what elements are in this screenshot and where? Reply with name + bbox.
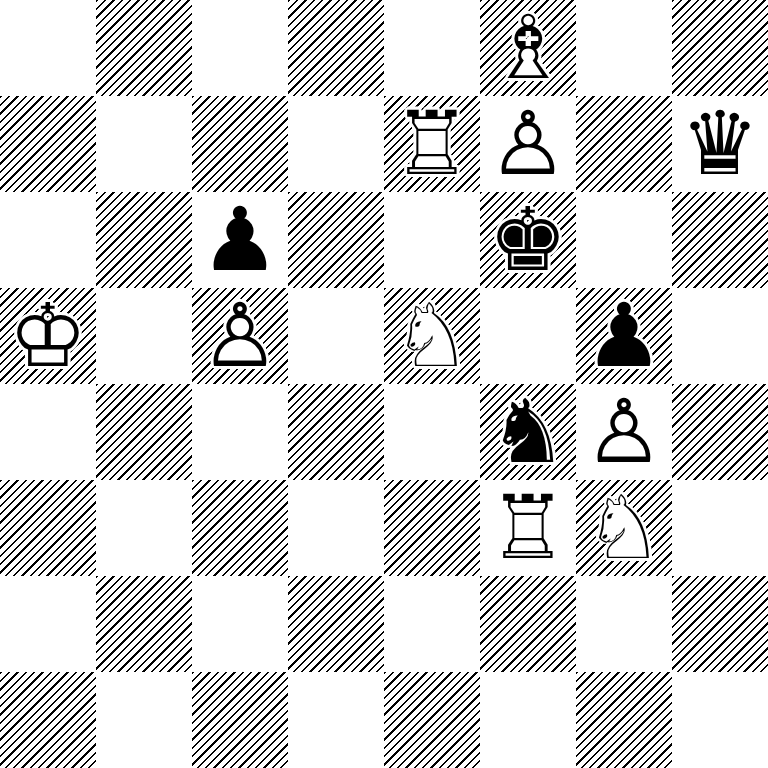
square-h4[interactable] [672, 384, 768, 480]
square-g7[interactable] [576, 96, 672, 192]
square-c7[interactable] [192, 96, 288, 192]
square-d4[interactable] [288, 384, 384, 480]
square-b5[interactable] [96, 288, 192, 384]
white-knight[interactable]: ♘ [576, 480, 672, 576]
square-c1[interactable] [192, 672, 288, 768]
square-e6[interactable] [384, 192, 480, 288]
square-e5[interactable]: ♞♘ [384, 288, 480, 384]
square-f8[interactable]: ♝♗ [480, 0, 576, 96]
square-b6[interactable] [96, 192, 192, 288]
square-e4[interactable] [384, 384, 480, 480]
black-queen[interactable]: ♛ [672, 96, 768, 192]
square-d6[interactable] [288, 192, 384, 288]
square-h8[interactable] [672, 0, 768, 96]
square-b2[interactable] [96, 576, 192, 672]
square-h1[interactable] [672, 672, 768, 768]
square-f3[interactable]: ♜♖ [480, 480, 576, 576]
square-f1[interactable] [480, 672, 576, 768]
square-g3[interactable]: ♞♘ [576, 480, 672, 576]
square-a1[interactable] [0, 672, 96, 768]
square-g5[interactable]: ♟♟ [576, 288, 672, 384]
square-c3[interactable] [192, 480, 288, 576]
square-h2[interactable] [672, 576, 768, 672]
white-rook[interactable]: ♖ [384, 96, 480, 192]
white-pawn[interactable]: ♙ [192, 288, 288, 384]
white-bishop[interactable]: ♗ [480, 0, 576, 96]
square-c8[interactable] [192, 0, 288, 96]
square-a5[interactable]: ♚♔ [0, 288, 96, 384]
square-d3[interactable] [288, 480, 384, 576]
square-a8[interactable] [0, 0, 96, 96]
square-g2[interactable] [576, 576, 672, 672]
square-c2[interactable] [192, 576, 288, 672]
square-g4[interactable]: ♟♙ [576, 384, 672, 480]
black-knight[interactable]: ♞ [480, 384, 576, 480]
square-d2[interactable] [288, 576, 384, 672]
square-e8[interactable] [384, 0, 480, 96]
square-g8[interactable] [576, 0, 672, 96]
square-a7[interactable] [0, 96, 96, 192]
square-d5[interactable] [288, 288, 384, 384]
square-g1[interactable] [576, 672, 672, 768]
white-pawn[interactable]: ♙ [480, 96, 576, 192]
square-e7[interactable]: ♜♖ [384, 96, 480, 192]
square-f6[interactable]: ♚♚ [480, 192, 576, 288]
square-b7[interactable] [96, 96, 192, 192]
square-c5[interactable]: ♟♙ [192, 288, 288, 384]
square-d1[interactable] [288, 672, 384, 768]
square-a2[interactable] [0, 576, 96, 672]
white-pawn[interactable]: ♙ [576, 384, 672, 480]
square-b3[interactable] [96, 480, 192, 576]
square-e1[interactable] [384, 672, 480, 768]
square-h7[interactable]: ♛♛ [672, 96, 768, 192]
white-knight[interactable]: ♘ [384, 288, 480, 384]
square-h5[interactable] [672, 288, 768, 384]
square-b1[interactable] [96, 672, 192, 768]
white-king[interactable]: ♔ [0, 288, 96, 384]
black-pawn[interactable]: ♟ [576, 288, 672, 384]
square-h3[interactable] [672, 480, 768, 576]
square-f7[interactable]: ♟♙ [480, 96, 576, 192]
square-h6[interactable] [672, 192, 768, 288]
square-c6[interactable]: ♟♟ [192, 192, 288, 288]
square-f4[interactable]: ♞♞ [480, 384, 576, 480]
square-c4[interactable] [192, 384, 288, 480]
square-g6[interactable] [576, 192, 672, 288]
square-e2[interactable] [384, 576, 480, 672]
square-a6[interactable] [0, 192, 96, 288]
square-f2[interactable] [480, 576, 576, 672]
white-rook[interactable]: ♖ [480, 480, 576, 576]
chess-board: ♝♗♜♖♟♙♛♛♟♟♚♚♚♔♟♙♞♘♟♟♞♞♟♙♜♖♞♘ [0, 0, 768, 768]
square-d7[interactable] [288, 96, 384, 192]
square-b4[interactable] [96, 384, 192, 480]
square-f5[interactable] [480, 288, 576, 384]
square-a3[interactable] [0, 480, 96, 576]
square-e3[interactable] [384, 480, 480, 576]
black-pawn[interactable]: ♟ [192, 192, 288, 288]
square-d8[interactable] [288, 0, 384, 96]
square-a4[interactable] [0, 384, 96, 480]
square-b8[interactable] [96, 0, 192, 96]
black-king[interactable]: ♚ [480, 192, 576, 288]
